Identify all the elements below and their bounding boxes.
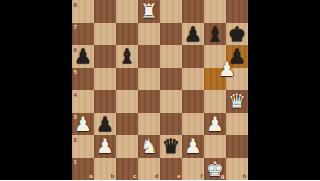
white-pawn[interactable]: ♟ (182, 135, 204, 158)
square-e7[interactable] (160, 23, 182, 46)
square-g4[interactable] (204, 90, 226, 113)
black-king[interactable]: ♚ (226, 23, 248, 46)
white-pawn[interactable]: ♟ (204, 113, 226, 136)
white-pawn[interactable]: ♟ (94, 135, 116, 158)
square-b4[interactable] (94, 90, 116, 113)
square-d6[interactable] (138, 45, 160, 68)
square-c3[interactable] (116, 113, 138, 136)
file-label-h: h (243, 173, 247, 179)
white-knight[interactable]: ♞ (138, 135, 160, 158)
white-pawn[interactable]: ♟ (216, 58, 238, 81)
rank-label-7: 7 (74, 24, 77, 30)
black-queen[interactable]: ♛ (160, 135, 182, 158)
square-b6[interactable] (94, 45, 116, 68)
square-a7[interactable]: 7 (72, 23, 94, 46)
square-h8[interactable] (226, 0, 248, 23)
square-g8[interactable] (204, 0, 226, 23)
black-bishop[interactable]: ♝ (116, 45, 138, 68)
file-label-b: b (111, 173, 115, 179)
square-e5[interactable] (160, 68, 182, 91)
square-b5[interactable] (94, 68, 116, 91)
black-bishop[interactable]: ♝ (204, 23, 226, 46)
rank-label-1: 1 (74, 159, 77, 165)
black-pawn[interactable]: ♟ (94, 113, 116, 136)
file-label-f: f (201, 173, 203, 179)
rank-label-8: 8 (74, 2, 77, 8)
black-pawn[interactable]: ♟ (182, 23, 204, 46)
square-a1[interactable]: 1a (72, 158, 94, 181)
file-label-a: a (89, 173, 92, 179)
square-e8[interactable] (160, 0, 182, 23)
square-d7[interactable] (138, 23, 160, 46)
square-e4[interactable] (160, 90, 182, 113)
square-b8[interactable] (94, 0, 116, 23)
square-f1[interactable]: f (182, 158, 204, 181)
black-pawn[interactable]: ♟ (72, 45, 94, 68)
square-a2[interactable]: 2 (72, 135, 94, 158)
square-c8[interactable] (116, 0, 138, 23)
white-queen[interactable]: ♛ (226, 90, 248, 113)
square-a5[interactable]: 5 (72, 68, 94, 91)
square-h2[interactable] (226, 135, 248, 158)
square-d1[interactable]: d (138, 158, 160, 181)
chess-board: 87654321abcdefgh♜♟♝♚♟♝♟♟♛♟♟♟♟♞♛♟♚ (72, 0, 248, 180)
square-f4[interactable] (182, 90, 204, 113)
white-rook[interactable]: ♜ (138, 0, 160, 23)
square-b1[interactable]: b (94, 158, 116, 181)
file-label-d: d (155, 173, 159, 179)
square-e6[interactable] (160, 45, 182, 68)
rank-label-4: 4 (74, 92, 77, 98)
file-label-c: c (133, 173, 136, 179)
square-h1[interactable]: h (226, 158, 248, 181)
square-f3[interactable] (182, 113, 204, 136)
square-f8[interactable] (182, 0, 204, 23)
square-d3[interactable] (138, 113, 160, 136)
square-a8[interactable]: 8 (72, 0, 94, 23)
square-b7[interactable] (94, 23, 116, 46)
white-king[interactable]: ♚ (204, 158, 226, 181)
square-c7[interactable] (116, 23, 138, 46)
square-c1[interactable]: c (116, 158, 138, 181)
square-g2[interactable] (204, 135, 226, 158)
square-f5[interactable] (182, 68, 204, 91)
square-f6[interactable] (182, 45, 204, 68)
square-d4[interactable] (138, 90, 160, 113)
square-c5[interactable] (116, 68, 138, 91)
square-h3[interactable] (226, 113, 248, 136)
square-a4[interactable]: 4 (72, 90, 94, 113)
square-c4[interactable] (116, 90, 138, 113)
file-label-e: e (177, 173, 180, 179)
square-d5[interactable] (138, 68, 160, 91)
square-e3[interactable] (160, 113, 182, 136)
rank-label-2: 2 (74, 137, 77, 143)
video-frame: 87654321abcdefgh♜♟♝♚♟♝♟♟♛♟♟♟♟♞♛♟♚ (0, 0, 320, 180)
square-e1[interactable]: e (160, 158, 182, 181)
square-c2[interactable] (116, 135, 138, 158)
white-pawn[interactable]: ♟ (72, 113, 94, 136)
rank-label-5: 5 (74, 69, 77, 75)
